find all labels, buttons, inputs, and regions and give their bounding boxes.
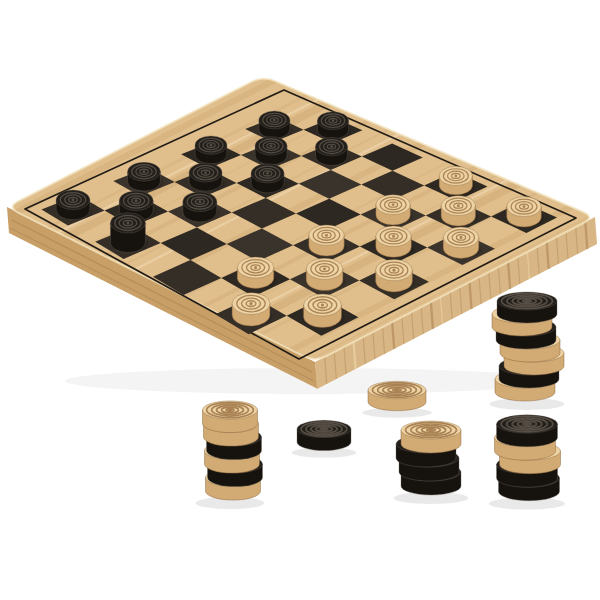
checker-light	[439, 166, 472, 195]
checker-light	[368, 381, 426, 410]
piece-ring	[143, 170, 146, 173]
scene-canvas	[0, 0, 600, 600]
piece-ring	[392, 235, 395, 238]
piece-ring	[254, 266, 257, 269]
checker-light	[443, 227, 479, 258]
piece-ring	[457, 204, 460, 207]
piece-ring	[321, 303, 324, 306]
checker-stack-tall-stack-upper-right	[490, 292, 565, 410]
checker-black	[315, 137, 347, 165]
piece-ring	[525, 299, 529, 303]
piece-ring	[330, 145, 333, 148]
piece-ring	[135, 199, 138, 202]
checker-stack-stack-left	[196, 401, 265, 509]
piece-ring	[228, 408, 232, 412]
checker-light	[237, 257, 274, 288]
checker-light	[376, 259, 413, 291]
checker-black	[195, 136, 227, 164]
checker-light	[507, 197, 542, 227]
checker-black	[497, 415, 558, 447]
checker-light	[401, 421, 461, 453]
piece-ring	[210, 144, 213, 147]
checker-light	[441, 196, 475, 226]
checker-black	[317, 112, 348, 139]
piece-ring	[249, 302, 252, 305]
checker-black	[56, 190, 90, 220]
checker-light	[304, 294, 342, 327]
piece-ring	[454, 175, 457, 178]
checker-black	[497, 292, 557, 323]
checker-light	[309, 225, 344, 256]
piece-ring	[198, 200, 201, 203]
checker-black	[251, 164, 284, 193]
checker-black-tall	[110, 213, 145, 253]
piece-ring	[332, 119, 335, 122]
checker-single-light	[362, 381, 432, 417]
checker-stack-stack-middle	[394, 421, 469, 504]
piece-ring	[392, 203, 395, 206]
checker-single-black	[292, 420, 357, 457]
piece-ring	[266, 172, 269, 175]
checker-black	[128, 162, 161, 191]
piece-ring	[72, 198, 75, 201]
checker-black	[297, 420, 351, 450]
checker-light	[203, 401, 258, 433]
checker-black	[189, 163, 222, 191]
checker-light	[232, 293, 270, 326]
piece-ring	[460, 236, 463, 239]
checker-black	[183, 192, 217, 222]
piece-ring	[323, 267, 326, 270]
piece-ring	[523, 205, 526, 208]
piece-ring	[395, 388, 399, 392]
checker-light	[376, 195, 410, 225]
piece-ring	[392, 269, 395, 272]
piece-ring	[126, 221, 129, 224]
piece-ring	[429, 428, 433, 432]
checker-black	[259, 111, 290, 138]
piece-ring	[273, 119, 276, 122]
checker-light	[306, 258, 343, 290]
piece-ring	[270, 145, 273, 148]
checker-stack-stack-lower-right	[489, 415, 565, 510]
checkers-set-photo	[0, 0, 600, 600]
checker-black	[255, 137, 287, 165]
piece-ring	[325, 234, 328, 237]
piece-ring	[525, 422, 529, 426]
piece-ring	[204, 171, 207, 174]
piece-ring	[322, 427, 326, 431]
checker-light	[376, 226, 412, 257]
